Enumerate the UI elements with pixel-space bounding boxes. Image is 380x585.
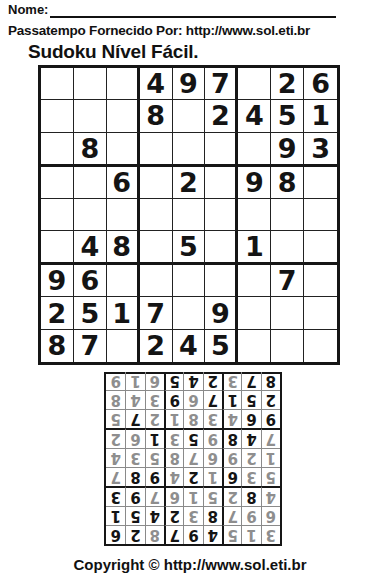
solution-cell-r5c5: 7 [183, 448, 202, 467]
cell-r1c5: 9 [173, 68, 206, 100]
cell-r9c7[interactable] [238, 330, 271, 362]
solution-cell-r8c6: 9 [164, 390, 183, 409]
cell-r6c6[interactable] [205, 231, 238, 265]
cell-r2c3[interactable] [107, 100, 140, 132]
solution-cell-r8c4: 7 [203, 390, 222, 409]
solution-cell-r2c7: 4 [145, 506, 164, 525]
solution-cell-r1c8: 2 [125, 525, 144, 544]
solution-cell-r7c6: 1 [164, 409, 183, 428]
cell-r3c9: 3 [304, 133, 337, 167]
cell-r7c6[interactable] [205, 265, 238, 297]
cell-r3c6[interactable] [205, 133, 238, 167]
cell-r4c8: 8 [271, 167, 304, 199]
cell-r4c4[interactable] [140, 167, 173, 199]
solution-board-rotated: 3154978266978324514825167935361249871296… [104, 372, 282, 546]
cell-r1c8: 2 [271, 68, 304, 100]
solution-cell-r8c1: 2 [261, 390, 280, 409]
solution-cell-r3c2: 8 [241, 486, 260, 506]
cell-r1c9: 6 [304, 68, 337, 100]
solution-cell-r7c2: 6 [241, 409, 260, 428]
solution-cell-r1c1: 3 [261, 525, 280, 544]
cell-r5c8[interactable] [271, 199, 304, 231]
cell-r6c9[interactable] [304, 231, 337, 265]
copyright-line: Copyright © http://www.sol.eti.br [0, 556, 380, 573]
cell-r4c9[interactable] [304, 167, 337, 199]
cell-r1c7[interactable] [238, 68, 271, 100]
cell-r4c3: 6 [107, 167, 140, 199]
cell-r8c8[interactable] [271, 297, 304, 329]
solution-cell-r3c4: 5 [203, 486, 222, 506]
solution-cell-r7c4: 3 [203, 409, 222, 428]
cell-r8c3: 1 [107, 297, 140, 329]
cell-r1c3[interactable] [107, 68, 140, 100]
cell-r3c1[interactable] [41, 133, 74, 167]
cell-r1c4: 4 [140, 68, 173, 100]
cell-r6c5: 5 [173, 231, 206, 265]
cell-r9c6: 5 [205, 330, 238, 362]
solution-cell-r7c5: 8 [183, 409, 202, 428]
cell-r9c8[interactable] [271, 330, 304, 362]
solution-cell-r3c9: 3 [106, 486, 125, 506]
cell-r2c1[interactable] [41, 100, 74, 132]
cell-r4c1[interactable] [41, 167, 74, 199]
cell-r7c8: 7 [271, 265, 304, 297]
cell-r4c5: 2 [173, 167, 206, 199]
cell-r9c2: 7 [74, 330, 107, 362]
cell-r9c1: 8 [41, 330, 74, 362]
solution-cell-r3c5: 1 [183, 486, 202, 506]
solution-cell-r1c3: 5 [222, 525, 241, 544]
cell-r2c9: 1 [304, 100, 337, 132]
cell-r3c2: 8 [74, 133, 107, 167]
cell-r7c5[interactable] [173, 265, 206, 297]
cell-r8c2: 5 [74, 297, 107, 329]
solution-cell-r2c3: 7 [222, 506, 241, 525]
solution-cell-r4c7: 9 [145, 467, 164, 486]
name-row: Nome: [8, 2, 336, 18]
cell-r5c4[interactable] [140, 199, 173, 231]
solution-cell-r9c6: 5 [164, 372, 183, 390]
cell-r5c9[interactable] [304, 199, 337, 231]
cell-r3c4[interactable] [140, 133, 173, 167]
cell-r5c5[interactable] [173, 199, 206, 231]
solution-cell-r2c6: 2 [164, 506, 183, 525]
solution-cell-r4c1: 5 [261, 467, 280, 486]
solution-cell-r4c8: 8 [125, 467, 144, 486]
cell-r2c8: 5 [271, 100, 304, 132]
solution-cell-r2c2: 9 [241, 506, 260, 525]
solution-cell-r5c3: 9 [222, 448, 241, 467]
provider-line: Passatempo Fornecido Por: http://www.sol… [8, 23, 310, 38]
solution-cell-r5c7: 5 [145, 448, 164, 467]
cell-r6c7: 1 [238, 231, 271, 265]
solution-cell-r4c6: 4 [164, 467, 183, 486]
cell-r3c8: 9 [271, 133, 304, 167]
solution-cell-r1c2: 1 [241, 525, 260, 544]
solution-cell-r1c7: 8 [145, 525, 164, 544]
cell-r6c2: 4 [74, 231, 107, 265]
solution-cell-r2c9: 1 [106, 506, 125, 525]
cell-r8c9[interactable] [304, 297, 337, 329]
solution-cell-r5c9: 4 [106, 448, 125, 467]
cell-r3c5[interactable] [173, 133, 206, 167]
solution-cell-r1c6: 7 [164, 525, 183, 544]
solution-cell-r4c3: 6 [222, 467, 241, 486]
solution-cell-r9c3: 3 [222, 372, 241, 390]
cell-r9c4: 2 [140, 330, 173, 362]
solution-cell-r1c5: 9 [183, 525, 202, 544]
cell-r7c3[interactable] [107, 265, 140, 297]
sudoku-board: 4972682451893629848519672517987245 [38, 65, 340, 365]
solution-cell-r2c1: 6 [261, 506, 280, 525]
solution-cell-r6c3: 8 [222, 428, 241, 448]
solution-cell-r6c8: 6 [125, 428, 144, 448]
cell-r2c5[interactable] [173, 100, 206, 132]
solution-cell-r7c1: 9 [261, 409, 280, 428]
page-title: Sudoku Nível Fácil. [28, 41, 198, 63]
solution-cell-r5c2: 2 [241, 448, 260, 467]
cell-r6c4[interactable] [140, 231, 173, 265]
cell-r3c7[interactable] [238, 133, 271, 167]
solution-cell-r9c9: 9 [106, 372, 125, 390]
solution-cell-r6c5: 5 [183, 428, 202, 448]
solution-cell-r1c4: 4 [203, 525, 222, 544]
cell-r9c3[interactable] [107, 330, 140, 362]
solution-cell-r6c1: 7 [261, 428, 280, 448]
solution-cell-r3c8: 9 [125, 486, 144, 506]
cell-r7c7[interactable] [238, 265, 271, 297]
solution-cell-r7c7: 2 [145, 409, 164, 428]
solution-cell-r6c2: 4 [241, 428, 260, 448]
solution-cell-r7c8: 7 [125, 409, 144, 428]
cell-r9c9[interactable] [304, 330, 337, 362]
cell-r8c5[interactable] [173, 297, 206, 329]
cell-r7c4[interactable] [140, 265, 173, 297]
cell-r2c4: 8 [140, 100, 173, 132]
solution-cell-r8c9: 8 [106, 390, 125, 409]
solution-cell-r2c4: 8 [203, 506, 222, 525]
solution-cell-r9c4: 2 [203, 372, 222, 390]
cell-r2c6: 2 [205, 100, 238, 132]
solution-cell-r9c2: 7 [241, 372, 260, 390]
cell-r2c2[interactable] [74, 100, 107, 132]
cell-r6c8[interactable] [271, 231, 304, 265]
solution-cell-r8c8: 4 [125, 390, 144, 409]
cell-r8c1: 2 [41, 297, 74, 329]
solution-cell-r4c5: 2 [183, 467, 202, 486]
cell-r6c1[interactable] [41, 231, 74, 265]
cell-r5c1[interactable] [41, 199, 74, 231]
solution-cell-r6c7: 1 [145, 428, 164, 448]
solution-cell-r8c2: 5 [241, 390, 260, 409]
cell-r4c7: 9 [238, 167, 271, 199]
solution-cell-r2c5: 3 [183, 506, 202, 525]
cell-r9c5: 4 [173, 330, 206, 362]
solution-cell-r5c4: 6 [203, 448, 222, 467]
name-label: Nome: [8, 2, 48, 18]
solution-cell-r7c9: 5 [106, 409, 125, 428]
solution-cell-r4c9: 7 [106, 467, 125, 486]
solution-cell-r6c6: 3 [164, 428, 183, 448]
cell-r5c7[interactable] [238, 199, 271, 231]
solution-cell-r1c9: 6 [106, 525, 125, 544]
solution-cell-r9c1: 8 [261, 372, 280, 390]
solution-cell-r4c2: 3 [241, 467, 260, 486]
cell-r4c6[interactable] [205, 167, 238, 199]
solution-cell-r8c3: 1 [222, 390, 241, 409]
solution-cell-r6c4: 9 [203, 428, 222, 448]
cell-r5c2[interactable] [74, 199, 107, 231]
solution-cell-r3c1: 4 [261, 486, 280, 506]
cell-r7c2: 6 [74, 265, 107, 297]
cell-r6c3: 8 [107, 231, 140, 265]
solution-cell-r8c7: 3 [145, 390, 164, 409]
cell-r8c7[interactable] [238, 297, 271, 329]
solution-cell-r7c3: 4 [222, 409, 241, 428]
solution-cell-r5c8: 3 [125, 448, 144, 467]
solution-cell-r3c7: 7 [145, 486, 164, 506]
cell-r5c6[interactable] [205, 199, 238, 231]
cell-r3c3[interactable] [107, 133, 140, 167]
solution-cell-r9c5: 4 [183, 372, 202, 390]
cell-r8c6: 9 [205, 297, 238, 329]
solution-cell-r9c8: 1 [125, 372, 144, 390]
cell-r1c1[interactable] [41, 68, 74, 100]
cell-r1c6: 7 [205, 68, 238, 100]
solution-cell-r3c6: 6 [164, 486, 183, 506]
cell-r7c9[interactable] [304, 265, 337, 297]
solution-cell-r8c5: 6 [183, 390, 202, 409]
solution-cell-r5c6: 8 [164, 448, 183, 467]
cell-r4c2[interactable] [74, 167, 107, 199]
solution-cell-r9c7: 6 [145, 372, 164, 390]
cell-r2c7: 4 [238, 100, 271, 132]
solution-cell-r4c4: 1 [203, 467, 222, 486]
solution-cell-r2c8: 5 [125, 506, 144, 525]
cell-r5c3[interactable] [107, 199, 140, 231]
cell-r8c4: 7 [140, 297, 173, 329]
solution-cell-r3c3: 2 [222, 486, 241, 506]
solution-cell-r5c1: 1 [261, 448, 280, 467]
name-fill-line [50, 2, 336, 18]
cell-r1c2[interactable] [74, 68, 107, 100]
cell-r7c1: 9 [41, 265, 74, 297]
solution-cell-r6c9: 2 [106, 428, 125, 448]
